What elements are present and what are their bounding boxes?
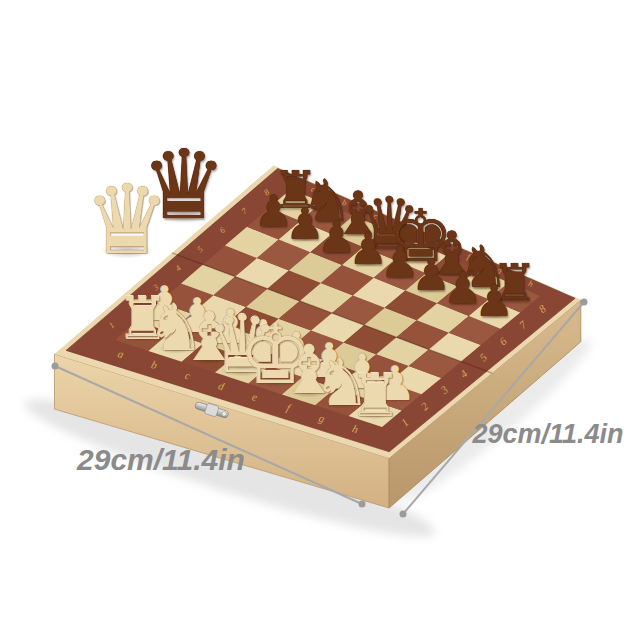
dimension-dot <box>359 501 366 508</box>
dimension-dot <box>581 299 588 306</box>
left-dimension-label: 29cm/11.4in <box>76 443 245 476</box>
right-dimension-label: 29cm/11.4in <box>471 419 623 449</box>
dimension-line-left: 29cm/11.4in <box>52 363 366 508</box>
product-photo-scene: aabbccddeeffgghh1122334455667788 ♜♞♝♛♚♝♞… <box>0 0 640 640</box>
dimension-dot <box>400 511 407 518</box>
dimension-dot <box>52 363 59 370</box>
dimension-annotations: 29cm/11.4in 29cm/11.4in <box>0 0 640 640</box>
dimension-line-right: 29cm/11.4in <box>400 299 624 518</box>
